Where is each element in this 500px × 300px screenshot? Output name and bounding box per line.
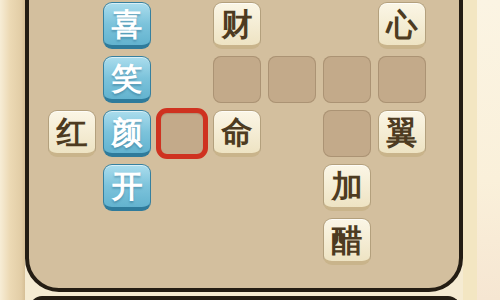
character-tile-喜: 喜 <box>103 2 151 49</box>
empty-slot[interactable] <box>323 56 371 103</box>
character-tile-加: 加 <box>323 164 371 211</box>
character-tile-财: 财 <box>213 2 261 49</box>
character-tile-笑: 笑 <box>103 56 151 103</box>
empty-slot[interactable] <box>268 56 316 103</box>
frame-left-edge <box>0 0 25 300</box>
character-tile-醋: 醋 <box>323 218 371 265</box>
character-tile-心: 心 <box>378 2 426 49</box>
empty-slot[interactable] <box>323 110 371 157</box>
character-tile-翼: 翼 <box>378 110 426 157</box>
frame-right-edge-outer <box>477 0 500 300</box>
empty-slot[interactable] <box>213 56 261 103</box>
game-screen: 喜财心笑红颜命翼开加醋 <box>0 0 500 300</box>
empty-slot[interactable] <box>378 56 426 103</box>
character-tile-命: 命 <box>213 110 261 157</box>
candidate-tray-top <box>30 296 460 300</box>
active-empty-slot[interactable] <box>156 108 208 159</box>
frame-right-edge-inner <box>463 0 477 300</box>
character-tile-红: 红 <box>48 110 96 157</box>
character-tile-开: 开 <box>103 164 151 211</box>
puzzle-board: 喜财心笑红颜命翼开加醋 <box>25 0 463 292</box>
character-tile-颜: 颜 <box>103 110 151 157</box>
